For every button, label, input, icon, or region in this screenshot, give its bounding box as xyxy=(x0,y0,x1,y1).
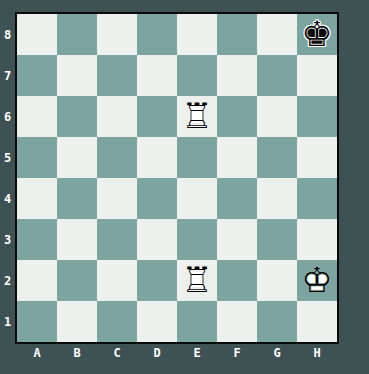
square-a1[interactable] xyxy=(17,301,57,342)
square-h3[interactable] xyxy=(297,219,337,260)
square-f5[interactable] xyxy=(217,137,257,178)
square-g2[interactable] xyxy=(257,260,297,301)
square-f2[interactable] xyxy=(217,260,257,301)
rank-label-4: 4 xyxy=(0,178,15,219)
rank-label-3: 3 xyxy=(0,219,15,260)
white-king-outline: ♔ xyxy=(297,260,337,301)
square-d7[interactable] xyxy=(137,55,177,96)
square-h7[interactable] xyxy=(297,55,337,96)
square-b5[interactable] xyxy=(57,137,97,178)
square-g3[interactable] xyxy=(257,219,297,260)
square-c5[interactable] xyxy=(97,137,137,178)
white-rook[interactable]: ♜ xyxy=(177,260,217,301)
white-king[interactable]: ♚ xyxy=(297,260,337,301)
square-a7[interactable] xyxy=(17,55,57,96)
square-a5[interactable] xyxy=(17,137,57,178)
square-b1[interactable] xyxy=(57,301,97,342)
square-e4[interactable] xyxy=(177,178,217,219)
square-g7[interactable] xyxy=(257,55,297,96)
square-d2[interactable] xyxy=(137,260,177,301)
square-c2[interactable] xyxy=(97,260,137,301)
square-d4[interactable] xyxy=(137,178,177,219)
square-g6[interactable] xyxy=(257,96,297,137)
square-b8[interactable] xyxy=(57,14,97,55)
rank-label-5: 5 xyxy=(0,137,15,178)
rank-label-2: 2 xyxy=(0,260,15,301)
square-a8[interactable] xyxy=(17,14,57,55)
white-rook[interactable]: ♜ xyxy=(177,96,217,137)
square-e6[interactable]: ♜♖ xyxy=(177,96,217,137)
square-d5[interactable] xyxy=(137,137,177,178)
square-h6[interactable] xyxy=(297,96,337,137)
square-e8[interactable] xyxy=(177,14,217,55)
square-g1[interactable] xyxy=(257,301,297,342)
chess-diagram: ♚♜♖♜♖♚♔ 87654321 ABCDEFGH xyxy=(0,0,369,374)
black-king[interactable]: ♚ xyxy=(297,14,337,55)
square-b7[interactable] xyxy=(57,55,97,96)
square-h1[interactable] xyxy=(297,301,337,342)
file-label-b: B xyxy=(57,345,97,361)
square-f1[interactable] xyxy=(217,301,257,342)
square-h4[interactable] xyxy=(297,178,337,219)
square-g4[interactable] xyxy=(257,178,297,219)
white-rook-outline: ♖ xyxy=(177,260,217,301)
square-d3[interactable] xyxy=(137,219,177,260)
file-label-h: H xyxy=(297,345,337,361)
square-b6[interactable] xyxy=(57,96,97,137)
square-a3[interactable] xyxy=(17,219,57,260)
chess-board: ♚♜♖♜♖♚♔ xyxy=(15,12,339,344)
square-f4[interactable] xyxy=(217,178,257,219)
square-c7[interactable] xyxy=(97,55,137,96)
square-a4[interactable] xyxy=(17,178,57,219)
square-e3[interactable] xyxy=(177,219,217,260)
file-label-d: D xyxy=(137,345,177,361)
file-label-f: F xyxy=(217,345,257,361)
square-b4[interactable] xyxy=(57,178,97,219)
square-e7[interactable] xyxy=(177,55,217,96)
file-label-a: A xyxy=(17,345,57,361)
white-rook-outline: ♖ xyxy=(177,96,217,137)
square-c8[interactable] xyxy=(97,14,137,55)
square-f6[interactable] xyxy=(217,96,257,137)
square-h8[interactable]: ♚ xyxy=(297,14,337,55)
square-h5[interactable] xyxy=(297,137,337,178)
square-g5[interactable] xyxy=(257,137,297,178)
square-d6[interactable] xyxy=(137,96,177,137)
square-h2[interactable]: ♚♔ xyxy=(297,260,337,301)
square-c6[interactable] xyxy=(97,96,137,137)
square-f7[interactable] xyxy=(217,55,257,96)
square-a6[interactable] xyxy=(17,96,57,137)
file-label-g: G xyxy=(257,345,297,361)
square-f3[interactable] xyxy=(217,219,257,260)
square-b2[interactable] xyxy=(57,260,97,301)
file-label-e: E xyxy=(177,345,217,361)
rank-label-6: 6 xyxy=(0,96,15,137)
rank-label-7: 7 xyxy=(0,55,15,96)
rank-label-8: 8 xyxy=(0,14,15,55)
square-a2[interactable] xyxy=(17,260,57,301)
rank-label-1: 1 xyxy=(0,301,15,342)
square-d1[interactable] xyxy=(137,301,177,342)
square-d8[interactable] xyxy=(137,14,177,55)
square-f8[interactable] xyxy=(217,14,257,55)
square-c4[interactable] xyxy=(97,178,137,219)
square-g8[interactable] xyxy=(257,14,297,55)
square-e2[interactable]: ♜♖ xyxy=(177,260,217,301)
square-b3[interactable] xyxy=(57,219,97,260)
file-label-c: C xyxy=(97,345,137,361)
square-c3[interactable] xyxy=(97,219,137,260)
square-e1[interactable] xyxy=(177,301,217,342)
square-e5[interactable] xyxy=(177,137,217,178)
square-c1[interactable] xyxy=(97,301,137,342)
